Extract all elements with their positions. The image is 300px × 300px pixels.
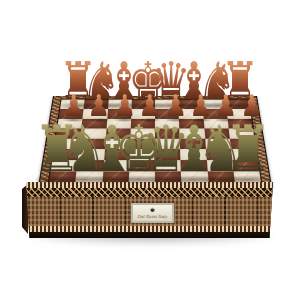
board-square xyxy=(231,149,258,160)
board-square xyxy=(84,100,108,109)
board-square xyxy=(181,160,208,171)
board-square xyxy=(129,160,155,171)
board-square xyxy=(155,109,179,119)
board-square xyxy=(107,109,131,119)
board-square xyxy=(205,139,231,150)
board-square xyxy=(80,128,106,138)
board-square xyxy=(83,109,108,119)
board-square xyxy=(131,118,155,128)
brand-plaque: ♚ Dal Rossi Italy xyxy=(131,203,174,223)
board-square xyxy=(105,128,130,138)
board-square xyxy=(202,109,227,119)
chess-set-product-photo: ♚ Dal Rossi Italy ♜♞♝♚♛♝♞♜♟♟♟♟♟♟♟♟♜♞♝♚♛♝… xyxy=(0,0,300,300)
board-square xyxy=(77,160,104,171)
board-square xyxy=(225,100,250,109)
board-square xyxy=(59,109,84,119)
board-square xyxy=(233,171,261,183)
board-square xyxy=(228,128,254,138)
board-square xyxy=(181,171,208,183)
mosaic-diamond-band xyxy=(26,188,273,197)
board-square xyxy=(75,171,102,183)
board-square xyxy=(128,171,155,183)
board-square xyxy=(131,109,155,119)
board-square xyxy=(206,160,233,171)
board-square xyxy=(179,109,203,119)
board-square xyxy=(227,118,253,128)
board-square xyxy=(52,149,79,160)
board-square xyxy=(155,118,179,128)
board-square xyxy=(104,139,130,150)
board-square xyxy=(230,139,256,150)
board-square xyxy=(108,100,132,109)
board-square xyxy=(180,149,206,160)
board-square xyxy=(51,160,78,171)
board-square xyxy=(103,160,130,171)
board-square xyxy=(204,128,230,138)
board-square xyxy=(202,100,226,109)
board-grid xyxy=(48,99,263,183)
board-square xyxy=(155,128,180,138)
board-square xyxy=(179,118,204,128)
board-square xyxy=(155,100,179,109)
board-square xyxy=(155,149,181,160)
board-square xyxy=(206,149,232,160)
board-square xyxy=(203,118,228,128)
board-square xyxy=(60,100,85,109)
brand-plaque-text: Dal Rossi Italy xyxy=(137,214,167,219)
board-square xyxy=(106,118,131,128)
board-square xyxy=(155,171,182,183)
chess-board xyxy=(38,96,272,188)
board-square xyxy=(130,139,155,150)
board-square xyxy=(56,128,82,138)
box-front-face: ♚ Dal Rossi Italy xyxy=(26,182,273,238)
board-square xyxy=(57,118,83,128)
board-square xyxy=(104,149,130,160)
board-square xyxy=(78,149,104,160)
board-square xyxy=(178,100,202,109)
board-square xyxy=(226,109,251,119)
board-square xyxy=(155,160,181,171)
board-square xyxy=(155,139,180,150)
board-square xyxy=(180,139,206,150)
board-square xyxy=(131,100,155,109)
board-square xyxy=(207,171,234,183)
board-square xyxy=(54,139,80,150)
board-square xyxy=(102,171,129,183)
board-square xyxy=(232,160,259,171)
board-square xyxy=(130,128,155,138)
box-base-edge xyxy=(26,232,273,238)
board-square xyxy=(82,118,107,128)
board-square xyxy=(49,171,77,183)
board-square xyxy=(129,149,155,160)
chess-king-icon: ♚ xyxy=(150,207,155,213)
board-square xyxy=(79,139,105,150)
board-square xyxy=(179,128,204,138)
